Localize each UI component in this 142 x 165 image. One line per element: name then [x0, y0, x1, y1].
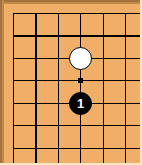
stone-move-number: 1 — [77, 97, 84, 110]
board-edge-right — [140, 0, 142, 165]
black-stone-1: 1 — [69, 92, 92, 115]
board-intersections: 1 — [2, 2, 137, 160]
board-edge-bottom — [0, 163, 142, 165]
hoshi-star-point-marker — [78, 78, 83, 83]
go-board-diagram: 1 — [0, 0, 142, 165]
white-stone — [69, 47, 92, 70]
